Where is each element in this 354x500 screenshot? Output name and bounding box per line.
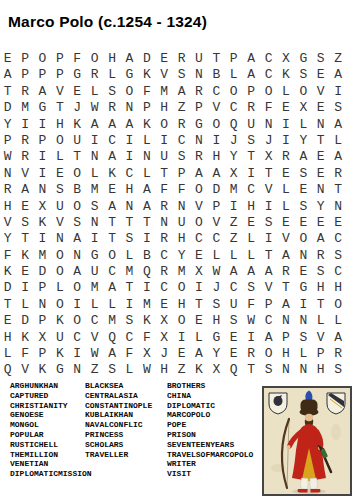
grid-cell-r14c1: K bbox=[4, 264, 12, 280]
grid-cell-r2c19: E bbox=[317, 67, 325, 83]
grid-cell-r14c13: W bbox=[212, 264, 220, 280]
grid-cell-r20c16: S bbox=[265, 362, 273, 378]
grid-cell-r2c18: S bbox=[299, 67, 307, 83]
grid-cell-r17c2: D bbox=[21, 313, 29, 329]
grid-cell-r6c4: O bbox=[56, 133, 64, 149]
grid-cell-r5c5: K bbox=[73, 117, 81, 133]
grid-cell-r12c3: I bbox=[39, 231, 47, 247]
grid-cell-r11c2: S bbox=[21, 215, 29, 231]
grid-cell-r3c20: I bbox=[334, 84, 342, 100]
grid-cell-r17c1: E bbox=[4, 313, 12, 329]
word-list-row: ARGHUNKHANBLACKSEABROTHERS bbox=[10, 381, 262, 391]
grid-cell-r17c18: N bbox=[299, 313, 307, 329]
grid-cell-r7c12: R bbox=[195, 149, 203, 165]
grid-cell-r15c10: C bbox=[160, 280, 168, 296]
grid-cell-r18c4: U bbox=[56, 330, 64, 346]
grid-cell-r10c15: H bbox=[247, 199, 255, 215]
grid-cell-r16c17: A bbox=[282, 297, 290, 313]
grid-cell-r9c16: V bbox=[265, 182, 273, 198]
grid-cell-r15c13: J bbox=[212, 280, 220, 296]
grid-cell-r10c18: S bbox=[299, 199, 307, 215]
grid-cell-r15c8: T bbox=[126, 280, 134, 296]
word-item-empty bbox=[85, 469, 167, 479]
grid-cell-r1c1: E bbox=[4, 51, 12, 67]
grid-cell-r20c5: N bbox=[73, 362, 81, 378]
grid-cell-r11c6: N bbox=[91, 215, 99, 231]
grid-cell-r14c8: M bbox=[126, 264, 134, 280]
grid-cell-r11c15: E bbox=[247, 215, 255, 231]
grid-cell-r2c16: C bbox=[265, 67, 273, 83]
grid-cell-r16c16: P bbox=[265, 297, 273, 313]
grid-cell-r6c19: T bbox=[317, 133, 325, 149]
grid-cell-r8c2: V bbox=[21, 166, 29, 182]
grid-cell-r3c3: A bbox=[39, 84, 47, 100]
grid-cell-r1c18: G bbox=[299, 51, 307, 67]
grid-cell-r8c15: I bbox=[247, 166, 255, 182]
grid-cell-r8c8: C bbox=[126, 166, 134, 182]
grid-cell-r18c17: P bbox=[282, 330, 290, 346]
grid-cell-r19c17: H bbox=[282, 346, 290, 362]
word-list-row: MONGOLNAVALCONFLICPOPE bbox=[10, 420, 262, 430]
grid-cell-r2c3: P bbox=[39, 67, 47, 83]
grid-cell-r10c3: X bbox=[39, 199, 47, 215]
grid-cell-r6c20: L bbox=[334, 133, 342, 149]
grid-cell-r20c1: Q bbox=[4, 362, 12, 378]
grid-cell-r8c3: I bbox=[39, 166, 47, 182]
parchment-stain bbox=[331, 424, 341, 440]
grid-cell-r13c9: B bbox=[143, 248, 151, 264]
grid-cell-r10c7: A bbox=[108, 199, 116, 215]
grid-cell-r8c17: E bbox=[282, 166, 290, 182]
grid-cell-r11c17: E bbox=[282, 215, 290, 231]
grid-cell-r5c20: A bbox=[334, 117, 342, 133]
grid-cell-r6c15: S bbox=[247, 133, 255, 149]
word-item: TRAVELSOFMARCOPOLO bbox=[167, 450, 262, 460]
grid-cell-r8c7: K bbox=[108, 166, 116, 182]
grid-cell-r8c18: S bbox=[299, 166, 307, 182]
grid-cell-r12c5: A bbox=[73, 231, 81, 247]
grid-cell-r15c9: I bbox=[143, 280, 151, 296]
grid-cell-r5c3: I bbox=[39, 117, 47, 133]
grid-cell-r20c14: Q bbox=[230, 362, 238, 378]
grid-cell-r12c11: H bbox=[178, 231, 186, 247]
grid-cell-r14c9: Q bbox=[143, 264, 151, 280]
word-item: MONGOL bbox=[10, 420, 85, 430]
grid-cell-r16c13: S bbox=[212, 297, 220, 313]
grid-cell-r10c10: R bbox=[160, 199, 168, 215]
marco-polo-figure-svg bbox=[264, 388, 350, 494]
grid-cell-r12c13: C bbox=[212, 231, 220, 247]
grid-cell-r14c20: C bbox=[334, 264, 342, 280]
grid-cell-r3c11: A bbox=[178, 84, 186, 100]
grid-cell-r18c5: C bbox=[73, 330, 81, 346]
grid-cell-r10c20: N bbox=[334, 199, 342, 215]
grid-cell-r9c8: H bbox=[126, 182, 134, 198]
grid-cell-r4c9: P bbox=[143, 100, 151, 116]
grid-cell-r11c16: S bbox=[265, 215, 273, 231]
word-list-row: RUSTICHELLSCHOLARSSEVENTEENYEARS bbox=[10, 440, 262, 450]
grid-cell-r4c15: R bbox=[247, 100, 255, 116]
word-item: PRINCESS bbox=[85, 430, 167, 440]
grid-cell-r18c12: L bbox=[195, 330, 203, 346]
grid-cell-r20c15: T bbox=[247, 362, 255, 378]
word-item: SEVENTEENYEARS bbox=[167, 440, 262, 450]
grid-cell-r9c12: O bbox=[195, 182, 203, 198]
grid-cell-r3c18: O bbox=[299, 84, 307, 100]
word-item: KUBLAIKHAN bbox=[85, 410, 167, 420]
grid-cell-r5c16: N bbox=[265, 117, 273, 133]
grid-cell-r9c3: N bbox=[39, 182, 47, 198]
grid-cell-r5c8: A bbox=[126, 117, 134, 133]
grid-cell-r1c6: O bbox=[91, 51, 99, 67]
grid-cell-r10c11: N bbox=[178, 199, 186, 215]
grid-cell-r19c14: E bbox=[230, 346, 238, 362]
word-item: CONSTANTINOPLE bbox=[85, 401, 167, 411]
grid-cell-r4c16: F bbox=[265, 100, 273, 116]
grid-cell-r5c15: U bbox=[247, 117, 255, 133]
grid-cell-r6c12: N bbox=[195, 133, 203, 149]
grid-cell-r9c4: S bbox=[56, 182, 64, 198]
grid-cell-r15c5: O bbox=[73, 280, 81, 296]
grid-cell-r3c14: O bbox=[230, 84, 238, 100]
grid-cell-r14c12: X bbox=[195, 264, 203, 280]
word-item: VISIT bbox=[167, 469, 262, 479]
grid-cell-r16c12: T bbox=[195, 297, 203, 313]
grid-cell-r1c8: A bbox=[126, 51, 134, 67]
grid-cell-r16c18: I bbox=[299, 297, 307, 313]
grid-cell-r3c13: C bbox=[212, 84, 220, 100]
grid-cell-r5c13: O bbox=[212, 117, 220, 133]
grid-cell-r13c15: L bbox=[247, 248, 255, 264]
grid-cell-r11c14: Z bbox=[230, 215, 238, 231]
grid-cell-r14c11: M bbox=[178, 264, 186, 280]
grid-cell-r16c3: N bbox=[39, 297, 47, 313]
grid-cell-r17c8: S bbox=[126, 313, 134, 329]
grid-cell-r1c15: A bbox=[247, 51, 255, 67]
grid-cell-r19c15: R bbox=[247, 346, 255, 362]
grid-cell-r19c19: P bbox=[317, 346, 325, 362]
grid-cell-r20c18: N bbox=[299, 362, 307, 378]
grid-cell-r6c9: L bbox=[143, 133, 151, 149]
grid-cell-r19c2: F bbox=[21, 346, 29, 362]
grid-cell-r2c10: V bbox=[160, 67, 168, 83]
word-list-row: THEMILLIONTRAVELLERTRAVELSOFMARCOPOLO bbox=[10, 450, 262, 460]
grid-cell-r6c11: C bbox=[178, 133, 186, 149]
grid-cell-r8c12: A bbox=[195, 166, 203, 182]
word-item-empty bbox=[85, 459, 167, 469]
grid-cell-r4c2: M bbox=[21, 100, 29, 116]
grid-cell-r16c15: F bbox=[247, 297, 255, 313]
grid-cell-r17c5: O bbox=[73, 313, 81, 329]
grid-cell-r9c11: F bbox=[178, 182, 186, 198]
grid-cell-r5c1: Y bbox=[4, 117, 12, 133]
grid-cell-r17c9: K bbox=[143, 313, 151, 329]
word-search-worksheet: Marco Polo (c.1254 - 1324) EPOPFOHADERUT… bbox=[0, 0, 354, 500]
grid-cell-r12c16: I bbox=[265, 231, 273, 247]
grid-cell-r13c18: N bbox=[299, 248, 307, 264]
word-item: ARGHUNKHAN bbox=[10, 381, 85, 391]
grid-cell-r12c20: C bbox=[334, 231, 342, 247]
word-item: THEMILLION bbox=[10, 450, 85, 460]
grid-cell-r8c5: O bbox=[73, 166, 81, 182]
grid-cell-r20c20: S bbox=[334, 362, 342, 378]
grid-cell-r3c6: L bbox=[91, 84, 99, 100]
word-item: POPE bbox=[167, 420, 262, 430]
trouser-left bbox=[301, 478, 309, 489]
grid-cell-r13c7: O bbox=[108, 248, 116, 264]
grid-cell-r20c10: H bbox=[160, 362, 168, 378]
grid-cell-r16c1: T bbox=[4, 297, 12, 313]
grid-cell-r12c8: S bbox=[126, 231, 134, 247]
grid-cell-r2c17: K bbox=[282, 67, 290, 83]
grid-cell-r7c2: R bbox=[21, 149, 29, 165]
grid-cell-r18c18: S bbox=[299, 330, 307, 346]
face bbox=[305, 414, 313, 422]
grid-cell-r19c6: W bbox=[91, 346, 99, 362]
grid-cell-r14c16: A bbox=[265, 264, 273, 280]
grid-cell-r13c10: C bbox=[160, 248, 168, 264]
grid-cell-r6c8: I bbox=[126, 133, 134, 149]
grid-cell-r6c6: I bbox=[91, 133, 99, 149]
grid-cell-r1c14: P bbox=[230, 51, 238, 67]
grid-cell-r6c13: I bbox=[212, 133, 220, 149]
grid-cell-r6c10: I bbox=[160, 133, 168, 149]
grid-cell-r5c7: A bbox=[108, 117, 116, 133]
grid-cell-r13c1: F bbox=[4, 248, 12, 264]
grid-cell-r13c8: L bbox=[126, 248, 134, 264]
grid-cell-r20c7: S bbox=[108, 362, 116, 378]
grid-cell-r13c5: N bbox=[73, 248, 81, 264]
grid-cell-r12c10: R bbox=[160, 231, 168, 247]
grid-cell-r7c20: A bbox=[334, 149, 342, 165]
grid-cell-r13c4: O bbox=[56, 248, 64, 264]
grid-cell-r7c18: A bbox=[299, 149, 307, 165]
grid-cell-r1c5: F bbox=[73, 51, 81, 67]
grid-cell-r2c2: P bbox=[21, 67, 29, 83]
word-item: DIPLOMATIC bbox=[167, 401, 262, 411]
grid-cell-r18c1: H bbox=[4, 330, 12, 346]
grid-cell-r11c10: N bbox=[160, 215, 168, 231]
grid-cell-r12c4: N bbox=[56, 231, 64, 247]
grid-cell-r17c14: S bbox=[230, 313, 238, 329]
grid-cell-r11c20: E bbox=[334, 215, 342, 231]
grid-cell-r9c2: A bbox=[21, 182, 29, 198]
grid-cell-r12c7: T bbox=[108, 231, 116, 247]
grid-cell-r20c8: L bbox=[126, 362, 134, 378]
grid-cell-r12c1: Y bbox=[4, 231, 12, 247]
grid-cell-r9c9: A bbox=[143, 182, 151, 198]
grid-cell-r13c13: L bbox=[212, 248, 220, 264]
grid-cell-r4c18: X bbox=[299, 100, 307, 116]
grid-cell-r9c6: M bbox=[91, 182, 99, 198]
grid-cell-r16c19: T bbox=[317, 297, 325, 313]
grid-cell-r12c14: Z bbox=[230, 231, 238, 247]
grid-cell-r10c9: A bbox=[143, 199, 151, 215]
grid-cell-r19c5: I bbox=[73, 346, 81, 362]
grid-cell-r3c19: V bbox=[317, 84, 325, 100]
grid-cell-r20c4: G bbox=[56, 362, 64, 378]
grid-cell-r17c20: L bbox=[334, 313, 342, 329]
grid-cell-r3c10: M bbox=[160, 84, 168, 100]
grid-cell-r7c5: T bbox=[73, 149, 81, 165]
word-item: WRITER bbox=[167, 459, 262, 469]
grid-cell-r17c16: C bbox=[265, 313, 273, 329]
grid-cell-r15c2: I bbox=[21, 280, 29, 296]
grid-cell-r15c15: S bbox=[247, 280, 255, 296]
grid-cell-r1c13: T bbox=[212, 51, 220, 67]
grid-cell-r20c3: K bbox=[39, 362, 47, 378]
grid-cell-r1c20: Z bbox=[334, 51, 342, 67]
grid-cell-r11c18: E bbox=[299, 215, 307, 231]
grid-cell-r7c17: R bbox=[282, 149, 290, 165]
grid-cell-r7c7: A bbox=[108, 149, 116, 165]
grid-cell-r16c4: O bbox=[56, 297, 64, 313]
grid-cell-r11c11: U bbox=[178, 215, 186, 231]
grid-cell-r16c11: H bbox=[178, 297, 186, 313]
word-list-row: VENETIANWRITER bbox=[10, 459, 262, 469]
grid-cell-r11c4: V bbox=[56, 215, 64, 231]
grid-cell-r14c15: A bbox=[247, 264, 255, 280]
word-item: POPULAR bbox=[10, 430, 85, 440]
grid-cell-r7c13: H bbox=[212, 149, 220, 165]
grid-cell-r10c19: Y bbox=[317, 199, 325, 215]
grid-cell-r11c3: K bbox=[39, 215, 47, 231]
word-item: MARCOPOLO bbox=[167, 410, 262, 420]
grid-cell-r16c10: E bbox=[160, 297, 168, 313]
grid-cell-r16c6: L bbox=[91, 297, 99, 313]
grid-cell-r16c5: I bbox=[73, 297, 81, 313]
grid-cell-r14c10: R bbox=[160, 264, 168, 280]
grid-cell-r16c20: O bbox=[334, 297, 342, 313]
grid-cell-r15c12: I bbox=[195, 280, 203, 296]
grid-cell-r10c8: N bbox=[126, 199, 134, 215]
grid-cell-r15c1: D bbox=[4, 280, 12, 296]
grid-cell-r2c4: P bbox=[56, 67, 64, 83]
grid-cell-r3c8: O bbox=[126, 84, 134, 100]
grid-cell-r12c18: O bbox=[299, 231, 307, 247]
grid-cell-r10c16: I bbox=[265, 199, 273, 215]
grid-cell-r18c7: Q bbox=[108, 330, 116, 346]
grid-cell-r8c6: L bbox=[91, 166, 99, 182]
grid-cell-r15c16: V bbox=[265, 280, 273, 296]
grid-cell-r10c17: L bbox=[282, 199, 290, 215]
grid-cell-r15c11: O bbox=[178, 280, 186, 296]
grid-cell-r7c1: W bbox=[4, 149, 12, 165]
grid-cell-r3c5: E bbox=[73, 84, 81, 100]
grid-cell-r1c16: C bbox=[265, 51, 273, 67]
grid-cell-r6c17: I bbox=[282, 133, 290, 149]
grid-cell-r13c16: T bbox=[265, 248, 273, 264]
grid-cell-r8c14: X bbox=[230, 166, 238, 182]
grid-cell-r18c19: V bbox=[317, 330, 325, 346]
word-item: SCHOLARS bbox=[85, 440, 167, 450]
grid-cell-r9c1: R bbox=[4, 182, 12, 198]
grid-cell-r1c7: H bbox=[108, 51, 116, 67]
grid-cell-r1c2: P bbox=[21, 51, 29, 67]
grid-cell-r17c13: H bbox=[212, 313, 220, 329]
grid-cell-r17c17: N bbox=[282, 313, 290, 329]
word-item: RUSTICHELL bbox=[10, 440, 85, 450]
grid-cell-r15c3: P bbox=[39, 280, 47, 296]
grid-cell-r7c15: T bbox=[247, 149, 255, 165]
grid-cell-r5c11: R bbox=[178, 117, 186, 133]
grid-cell-r7c6: N bbox=[91, 149, 99, 165]
grid-cell-r13c12: E bbox=[195, 248, 203, 264]
grid-cell-r4c6: W bbox=[91, 100, 99, 116]
grid-cell-r2c6: R bbox=[91, 67, 99, 83]
grid-cell-r1c19: S bbox=[317, 51, 325, 67]
grid-cell-r3c16: O bbox=[265, 84, 273, 100]
grid-cell-r1c3: O bbox=[39, 51, 47, 67]
grid-cell-r1c10: E bbox=[160, 51, 168, 67]
grid-cell-r8c9: L bbox=[143, 166, 151, 182]
grid-cell-r19c18: L bbox=[299, 346, 307, 362]
grid-cell-r18c2: K bbox=[21, 330, 29, 346]
grid-cell-r2c13: B bbox=[212, 67, 220, 83]
grid-cell-r7c11: S bbox=[178, 149, 186, 165]
grid-cell-r2c15: A bbox=[247, 67, 255, 83]
grid-cell-r2c12: N bbox=[195, 67, 203, 83]
grid-cell-r1c17: X bbox=[282, 51, 290, 67]
grid-cell-r18c20: A bbox=[334, 330, 342, 346]
grid-cell-r13c11: Y bbox=[178, 248, 186, 264]
grid-cell-r8c20: R bbox=[334, 166, 342, 182]
grid-cell-r4c10: H bbox=[160, 100, 168, 116]
grid-cell-r3c9: F bbox=[143, 84, 151, 100]
grid-cell-r1c11: R bbox=[178, 51, 186, 67]
grid-cell-r8c10: T bbox=[160, 166, 168, 182]
grid-cell-r6c2: R bbox=[21, 133, 29, 149]
grid-cell-r7c19: E bbox=[317, 149, 325, 165]
grid-cell-r18c9: F bbox=[143, 330, 151, 346]
grid-cell-r9c13: D bbox=[212, 182, 220, 198]
grid-cell-r17c4: K bbox=[56, 313, 64, 329]
grid-cell-r19c13: Y bbox=[212, 346, 220, 362]
grid-cell-r4c7: R bbox=[108, 100, 116, 116]
grid-cell-r12c6: I bbox=[91, 231, 99, 247]
grid-cell-r7c3: I bbox=[39, 149, 47, 165]
grid-cell-r4c12: P bbox=[195, 100, 203, 116]
grid-cell-r10c5: O bbox=[73, 199, 81, 215]
grid-cell-r15c20: H bbox=[334, 280, 342, 296]
grid-cell-r17c3: P bbox=[39, 313, 47, 329]
shoe-right bbox=[311, 489, 321, 493]
grid-cell-r13c17: A bbox=[282, 248, 290, 264]
grid-cell-r13c20: S bbox=[334, 248, 342, 264]
grid-cell-r12c2: T bbox=[21, 231, 29, 247]
grid-cell-r13c6: G bbox=[91, 248, 99, 264]
grid-cell-r20c12: K bbox=[195, 362, 203, 378]
grid-cell-r6c14: J bbox=[230, 133, 238, 149]
grid-cell-r10c2: E bbox=[21, 199, 29, 215]
grid-cell-r19c8: F bbox=[126, 346, 134, 362]
grid-cell-r7c8: I bbox=[126, 149, 134, 165]
grid-cell-r9c17: L bbox=[282, 182, 290, 198]
grid-cell-r4c19: E bbox=[317, 100, 325, 116]
grid-cell-r8c19: E bbox=[317, 166, 325, 182]
grid-cell-r17c19: L bbox=[317, 313, 325, 329]
grid-cell-r9c10: F bbox=[160, 182, 168, 198]
grid-cell-r6c3: P bbox=[39, 133, 47, 149]
word-item: CAPTURED bbox=[10, 391, 85, 401]
grid-cell-r13c3: M bbox=[39, 248, 47, 264]
grid-cell-r18c10: X bbox=[160, 330, 168, 346]
grid-cell-r20c19: H bbox=[317, 362, 325, 378]
word-item: DIPLOMATICMISSION bbox=[10, 469, 85, 479]
grid-cell-r16c2: L bbox=[21, 297, 29, 313]
grid-cell-r3c15: P bbox=[247, 84, 255, 100]
grid-cell-r14c19: S bbox=[317, 264, 325, 280]
